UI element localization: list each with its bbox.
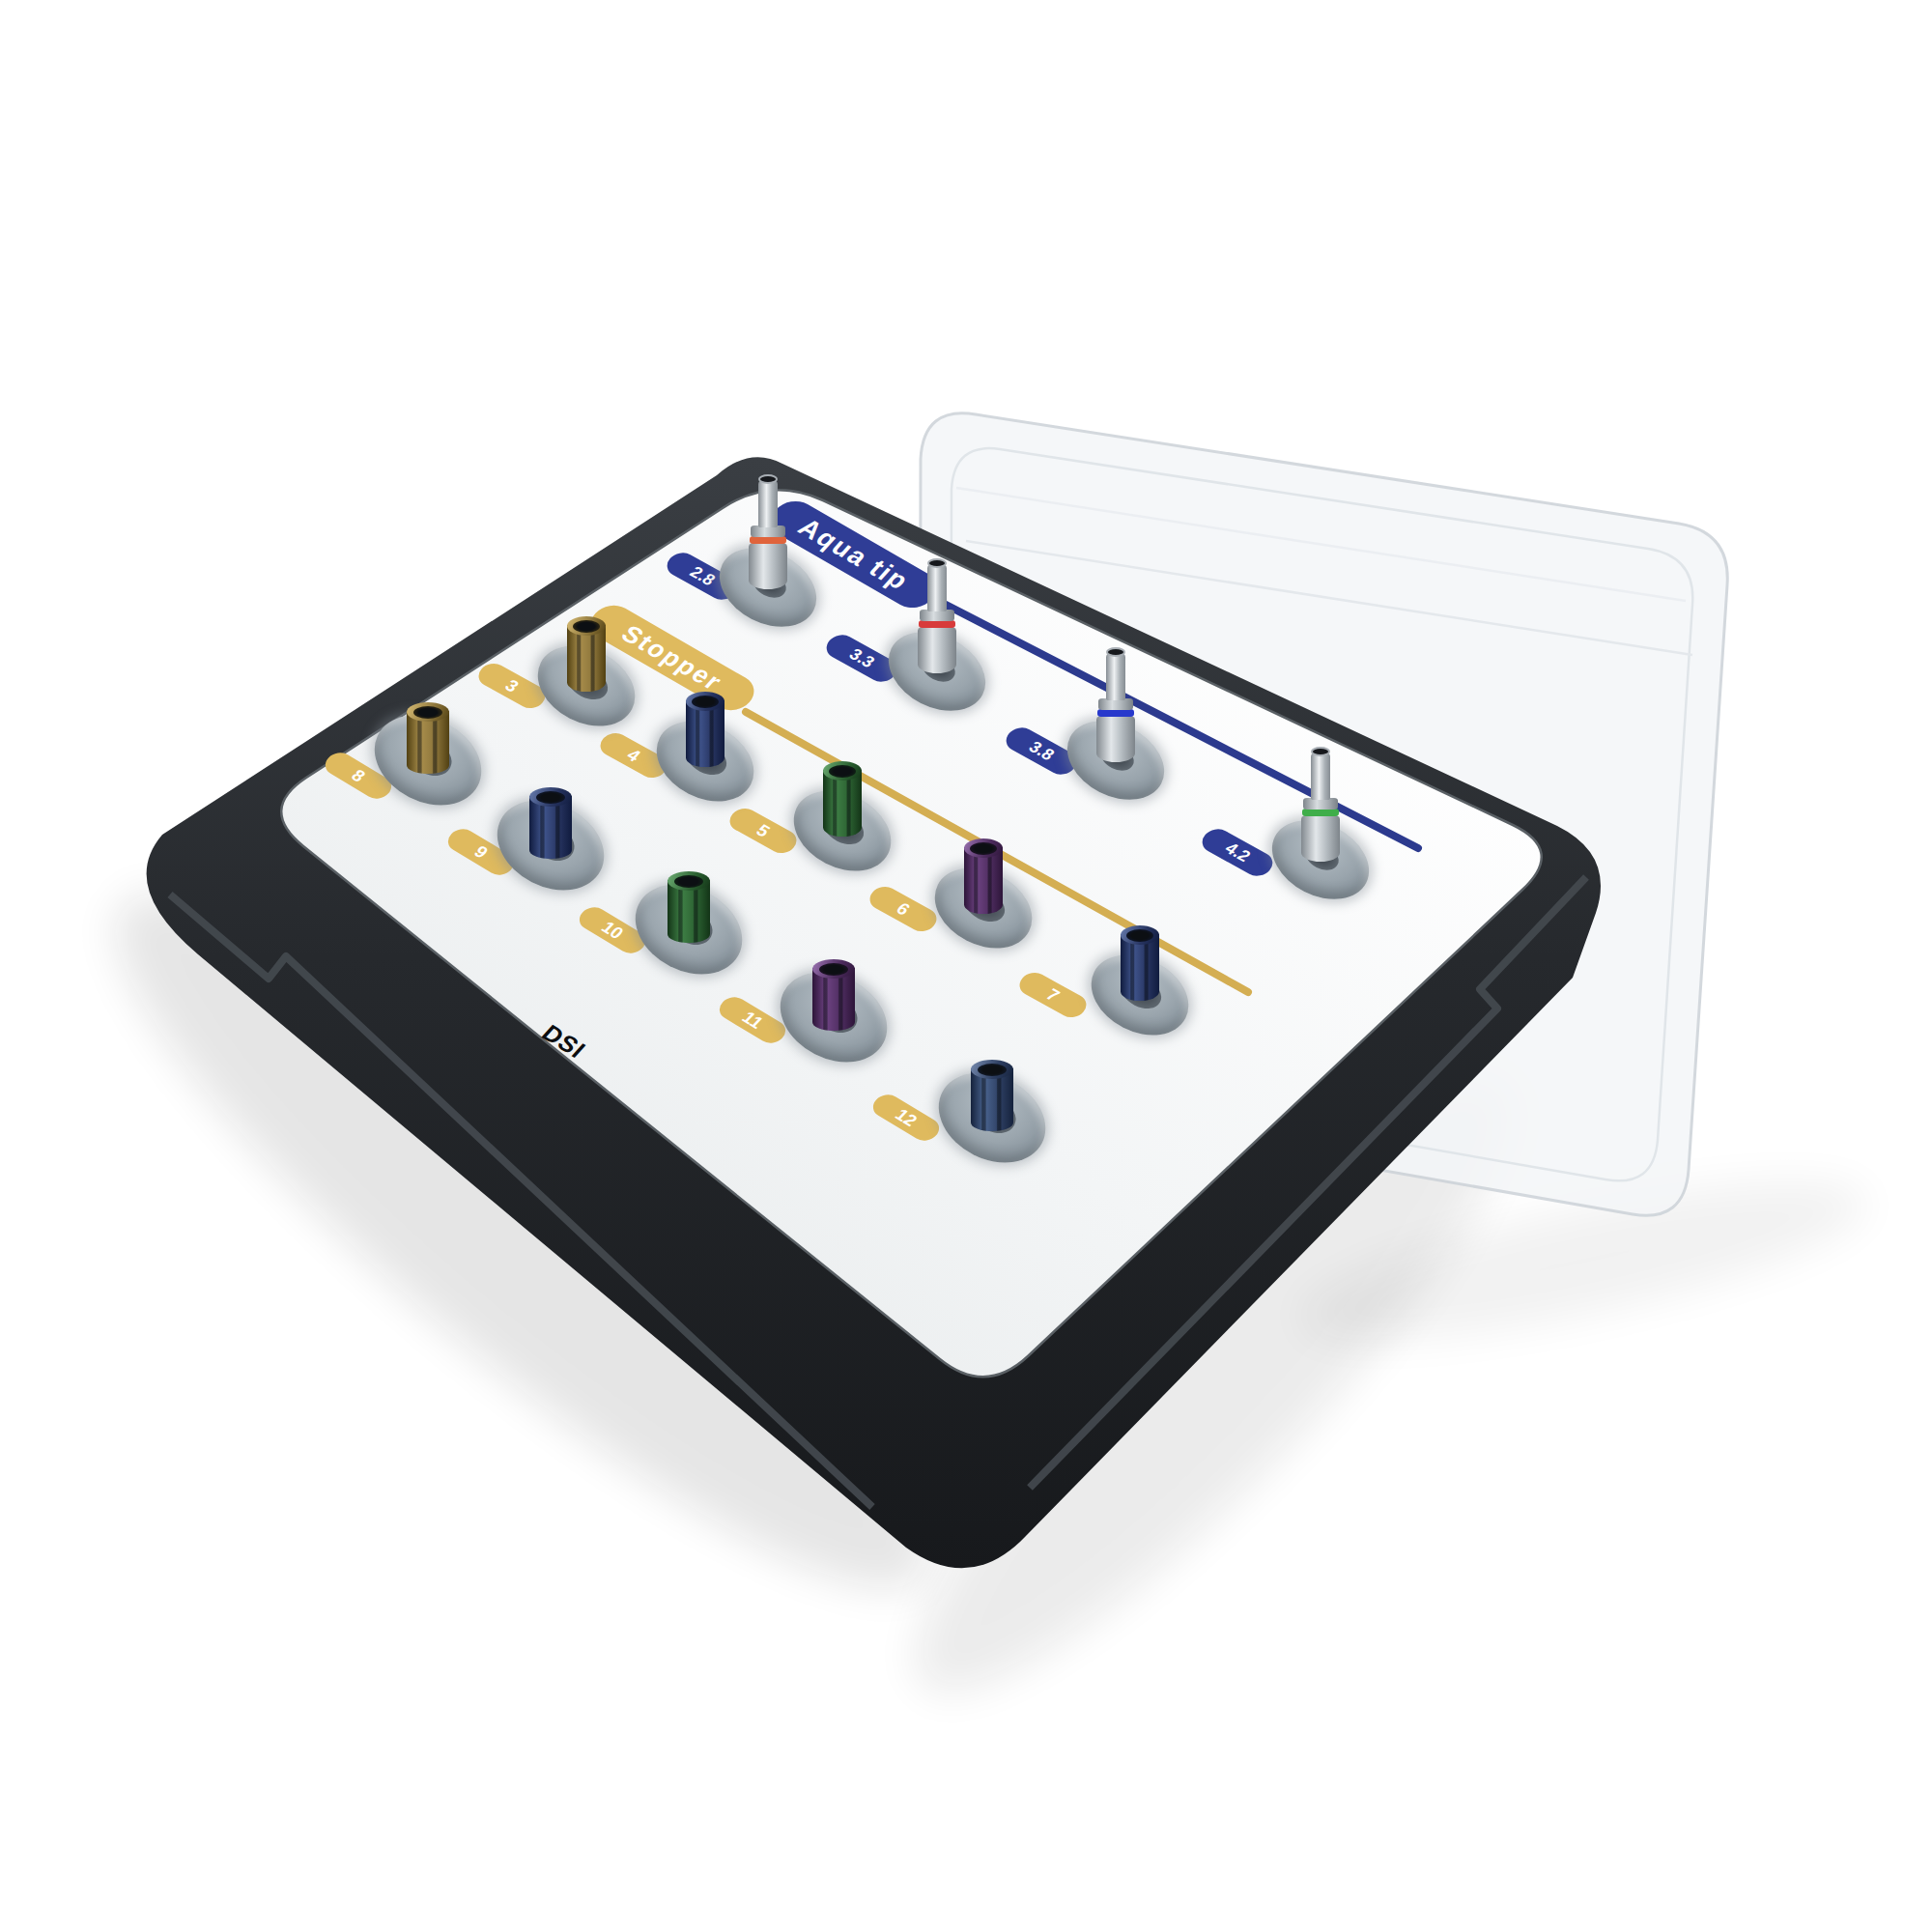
aqua-tip-color-band xyxy=(1302,809,1339,816)
stopper-number-pill-text: 5 xyxy=(753,820,775,840)
aqua-tip-base xyxy=(918,627,956,673)
stopper-cylinder-5 xyxy=(823,761,862,837)
aqua-tip-tube xyxy=(1311,752,1330,800)
stopper-cylinder-4 xyxy=(686,692,724,767)
stopper-number-pill-text: 8 xyxy=(347,766,369,786)
stopper-cylinder-hole xyxy=(978,1064,1007,1076)
aqua-tip-base xyxy=(1301,815,1340,862)
aqua-tip-top-hole xyxy=(927,558,947,568)
aqua-tip-color-band xyxy=(750,536,786,544)
stopper-cylinder-3 xyxy=(567,616,606,692)
aqua-tip-tube xyxy=(758,479,778,527)
aqua-tip-top-hole xyxy=(758,474,778,484)
stopper-number-pill-text: 9 xyxy=(469,842,492,863)
stopper-cylinder-hole xyxy=(829,765,855,778)
stopper-cylinder-hole xyxy=(692,696,718,708)
product-photo-dental-kit: Aqua tip Stopper 2.83.33.84.234567891011… xyxy=(0,0,1932,1932)
stopper-number-pill-text: 6 xyxy=(893,898,915,919)
aqua-tip-tube xyxy=(927,563,947,611)
stopper-cylinder-8 xyxy=(407,702,449,774)
stopper-number-pill-text: 3 xyxy=(501,675,524,696)
stopper-cylinder-hole xyxy=(573,620,599,633)
scene-background xyxy=(0,0,1932,1932)
aqua-tip-color-band xyxy=(1097,709,1134,717)
aqua-tip-base xyxy=(749,543,787,589)
stopper-cylinder-hole xyxy=(819,963,848,976)
aqua-tip-assembly-3.8 xyxy=(1094,650,1137,762)
aqua-tip-color-band xyxy=(919,620,955,628)
aqua-tip-assembly-2.8 xyxy=(747,477,789,589)
stopper-cylinder-hole xyxy=(413,706,442,719)
stopper-cylinder-hole xyxy=(674,875,703,888)
stopper-cylinder-7 xyxy=(1121,925,1159,1001)
stopper-cylinder-10 xyxy=(668,871,710,943)
stopper-number-pill-text: 7 xyxy=(1042,984,1065,1005)
stopper-cylinder-9 xyxy=(529,787,572,859)
stopper-cylinder-hole xyxy=(1126,929,1152,942)
aqua-tip-top-hole xyxy=(1106,647,1125,657)
aqua-tip-assembly-4.2 xyxy=(1299,750,1342,862)
stopper-cylinder-hole xyxy=(536,791,565,804)
aqua-tip-assembly-3.3 xyxy=(916,561,958,673)
stopper-cylinder-12 xyxy=(971,1060,1013,1131)
stopper-number-pill-text: 11 xyxy=(738,1008,768,1033)
stopper-cylinder-6 xyxy=(964,838,1003,914)
aqua-tip-base xyxy=(1096,716,1135,762)
aqua-tip-top-hole xyxy=(1311,747,1330,756)
stopper-cylinder-hole xyxy=(970,842,996,855)
stopper-number-pill-text: 4 xyxy=(623,745,645,765)
aqua-tip-tube xyxy=(1106,652,1125,700)
stopper-cylinder-11 xyxy=(812,959,855,1031)
